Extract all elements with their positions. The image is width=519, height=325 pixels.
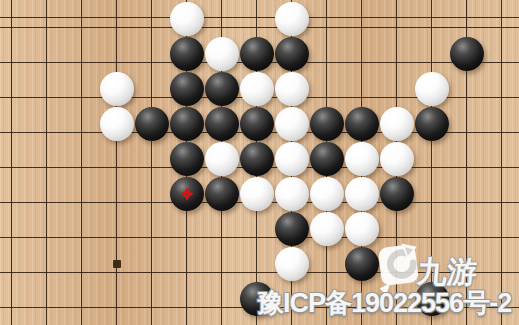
white-stone <box>310 177 344 211</box>
board-cell[interactable] <box>99 176 134 211</box>
board-cell[interactable] <box>414 1 449 36</box>
board-cell[interactable] <box>64 211 99 246</box>
black-stone <box>240 142 274 176</box>
black-stone <box>205 177 239 211</box>
board-cell[interactable] <box>344 141 379 176</box>
board-cell[interactable] <box>0 141 29 176</box>
board-cell[interactable] <box>169 281 204 316</box>
board-cell[interactable] <box>449 246 484 281</box>
black-stone <box>170 72 204 106</box>
board-cell[interactable] <box>99 211 134 246</box>
board-cell[interactable] <box>99 246 134 281</box>
white-stone <box>275 247 309 281</box>
board-cell[interactable] <box>134 36 169 71</box>
board-cell[interactable] <box>239 36 274 71</box>
black-stone <box>275 212 309 246</box>
board-cell[interactable] <box>204 71 239 106</box>
board-cell[interactable] <box>29 246 64 281</box>
white-stone <box>275 177 309 211</box>
board-cell[interactable] <box>99 36 134 71</box>
board-cell[interactable] <box>134 106 169 141</box>
white-stone <box>345 142 379 176</box>
board-cell[interactable] <box>169 71 204 106</box>
white-stone <box>275 2 309 36</box>
board-cell[interactable] <box>134 246 169 281</box>
white-stone <box>240 72 274 106</box>
board-cell[interactable] <box>379 246 414 281</box>
white-stone <box>275 142 309 176</box>
board-cell[interactable] <box>309 71 344 106</box>
white-stone <box>100 107 134 141</box>
board-cell[interactable] <box>0 281 29 316</box>
board-cell[interactable] <box>29 36 64 71</box>
board-cell[interactable] <box>204 246 239 281</box>
board-cell[interactable] <box>64 141 99 176</box>
board-cell[interactable] <box>414 36 449 71</box>
board-cell[interactable] <box>64 71 99 106</box>
board-cell[interactable] <box>0 176 29 211</box>
board-cell[interactable] <box>239 1 274 36</box>
board-cell[interactable] <box>64 106 99 141</box>
board-cell[interactable] <box>0 211 29 246</box>
board-cell[interactable] <box>309 281 344 316</box>
board-cell[interactable] <box>449 141 484 176</box>
board-cell[interactable] <box>309 176 344 211</box>
board-cell[interactable] <box>379 176 414 211</box>
board-cell[interactable] <box>274 176 309 211</box>
board-cell[interactable] <box>484 141 519 176</box>
board-cell[interactable] <box>309 211 344 246</box>
board-cell[interactable] <box>169 36 204 71</box>
board-cell[interactable] <box>204 106 239 141</box>
board-cell[interactable] <box>379 141 414 176</box>
board-cell[interactable] <box>239 211 274 246</box>
board-cell[interactable] <box>344 246 379 281</box>
board-cell[interactable] <box>379 281 414 316</box>
black-stone <box>450 37 484 71</box>
black-stone <box>380 177 414 211</box>
board-cell[interactable] <box>134 281 169 316</box>
black-stone <box>240 282 274 316</box>
board-cell[interactable] <box>274 71 309 106</box>
black-stone <box>170 177 204 211</box>
board-cell[interactable] <box>449 211 484 246</box>
board-cell[interactable] <box>379 1 414 36</box>
board-cell[interactable] <box>204 1 239 36</box>
board-cell[interactable] <box>484 106 519 141</box>
board-cell[interactable] <box>414 71 449 106</box>
go-game-screenshot: 九游 豫ICP备19022556号-2 <box>0 0 519 325</box>
board-cell[interactable] <box>414 141 449 176</box>
board-cell[interactable] <box>29 281 64 316</box>
board-cell[interactable] <box>134 176 169 211</box>
board-cell[interactable] <box>344 211 379 246</box>
black-stone <box>205 72 239 106</box>
black-stone <box>415 107 449 141</box>
board-cell[interactable] <box>274 36 309 71</box>
white-stone <box>380 142 414 176</box>
black-stone <box>240 107 274 141</box>
white-stone <box>380 107 414 141</box>
board-cell[interactable] <box>414 176 449 211</box>
board-cell[interactable] <box>64 281 99 316</box>
board-cell[interactable] <box>449 71 484 106</box>
white-stone <box>345 212 379 246</box>
star-point <box>113 260 121 268</box>
board-cell[interactable] <box>344 281 379 316</box>
board-cell[interactable] <box>414 106 449 141</box>
black-stone <box>170 107 204 141</box>
board-cell[interactable] <box>239 281 274 316</box>
board-cell[interactable] <box>344 36 379 71</box>
board-cell[interactable] <box>379 36 414 71</box>
board-cell[interactable] <box>29 71 64 106</box>
black-stone <box>205 107 239 141</box>
board-cell[interactable] <box>449 176 484 211</box>
board-cell[interactable] <box>274 1 309 36</box>
board-cell[interactable] <box>204 141 239 176</box>
black-stone <box>310 107 344 141</box>
board-cell[interactable] <box>344 176 379 211</box>
board-cell[interactable] <box>169 246 204 281</box>
board-cell[interactable] <box>134 211 169 246</box>
board-cell[interactable] <box>239 246 274 281</box>
board-cell[interactable] <box>0 1 29 36</box>
board-cell[interactable] <box>309 106 344 141</box>
black-stone <box>170 37 204 71</box>
black-stone <box>310 142 344 176</box>
board-cell[interactable] <box>99 106 134 141</box>
board-cell[interactable] <box>239 141 274 176</box>
board-cell[interactable] <box>274 106 309 141</box>
white-stone <box>345 177 379 211</box>
board-cell[interactable] <box>99 1 134 36</box>
board-cell[interactable] <box>449 1 484 36</box>
board-cell[interactable] <box>0 106 29 141</box>
board-cell[interactable] <box>169 141 204 176</box>
white-stone <box>275 107 309 141</box>
go-board-grid <box>0 1 519 316</box>
black-stone <box>345 107 379 141</box>
board-cell[interactable] <box>204 36 239 71</box>
board-cell[interactable] <box>29 106 64 141</box>
white-stone <box>205 37 239 71</box>
white-stone <box>170 2 204 36</box>
board-cell[interactable] <box>64 176 99 211</box>
white-stone <box>100 72 134 106</box>
board-cell[interactable] <box>344 1 379 36</box>
board-cell[interactable] <box>169 1 204 36</box>
board-cell[interactable] <box>169 106 204 141</box>
board-cell[interactable] <box>484 211 519 246</box>
board-cell[interactable] <box>449 36 484 71</box>
board-cell[interactable] <box>449 281 484 316</box>
board-cell[interactable] <box>29 176 64 211</box>
board-cell[interactable] <box>29 141 64 176</box>
board-cell[interactable] <box>344 71 379 106</box>
board-cell[interactable] <box>484 176 519 211</box>
board-cell[interactable] <box>344 106 379 141</box>
board-cell[interactable] <box>239 71 274 106</box>
white-stone <box>240 177 274 211</box>
board-cell[interactable] <box>99 71 134 106</box>
board-cell[interactable] <box>414 211 449 246</box>
board-cell[interactable] <box>379 71 414 106</box>
board-cell[interactable] <box>99 141 134 176</box>
board-cell[interactable] <box>204 211 239 246</box>
board-cell[interactable] <box>134 71 169 106</box>
board-cell[interactable] <box>379 211 414 246</box>
board-cell[interactable] <box>169 211 204 246</box>
board-cell[interactable] <box>484 281 519 316</box>
last-move-marker <box>179 186 195 202</box>
board-cell[interactable] <box>29 211 64 246</box>
board-cell[interactable] <box>134 1 169 36</box>
board-cell[interactable] <box>484 71 519 106</box>
board-cell[interactable] <box>29 1 64 36</box>
board-cell[interactable] <box>309 246 344 281</box>
black-stone <box>240 37 274 71</box>
board-cell[interactable] <box>0 71 29 106</box>
board-cell[interactable] <box>99 281 134 316</box>
board-cell[interactable] <box>204 176 239 211</box>
board-cell[interactable] <box>64 1 99 36</box>
white-stone <box>415 72 449 106</box>
black-stone <box>345 247 379 281</box>
white-stone <box>205 142 239 176</box>
black-stone <box>415 282 449 316</box>
board-cell[interactable] <box>414 281 449 316</box>
board-cell[interactable] <box>64 36 99 71</box>
white-stone <box>275 72 309 106</box>
board-cell[interactable] <box>134 141 169 176</box>
board-cell[interactable] <box>204 281 239 316</box>
board-cell[interactable] <box>484 36 519 71</box>
board-cell[interactable] <box>274 211 309 246</box>
black-stone <box>275 37 309 71</box>
board-cell[interactable] <box>309 1 344 36</box>
board-cell[interactable] <box>169 176 204 211</box>
board-cell[interactable] <box>379 106 414 141</box>
board-cell[interactable] <box>239 176 274 211</box>
board-cell[interactable] <box>309 36 344 71</box>
board-cell[interactable] <box>414 246 449 281</box>
board-cell[interactable] <box>0 36 29 71</box>
board-cell[interactable] <box>484 1 519 36</box>
board-cell[interactable] <box>484 246 519 281</box>
black-stone <box>135 107 169 141</box>
board-cell[interactable] <box>64 246 99 281</box>
board-cell[interactable] <box>274 246 309 281</box>
board-cell[interactable] <box>0 246 29 281</box>
white-stone <box>310 212 344 246</box>
board-cell[interactable] <box>274 281 309 316</box>
board-cell[interactable] <box>274 141 309 176</box>
board-cell[interactable] <box>309 141 344 176</box>
board-cell[interactable] <box>239 106 274 141</box>
board-cell[interactable] <box>449 106 484 141</box>
black-stone <box>170 142 204 176</box>
